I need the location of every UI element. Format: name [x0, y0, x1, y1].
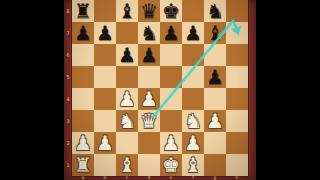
square-a4[interactable] — [72, 88, 94, 110]
square-a8[interactable]: ♜ — [72, 0, 94, 22]
square-b3[interactable] — [94, 110, 116, 132]
square-g8[interactable]: ♞ — [204, 0, 226, 22]
square-c1[interactable]: ♝ — [116, 154, 138, 176]
white-queen-d3[interactable]: ♛ — [138, 110, 160, 132]
square-b5[interactable] — [94, 66, 116, 88]
square-b4[interactable] — [94, 88, 116, 110]
white-pawn-a2[interactable]: ♟ — [72, 132, 94, 154]
square-f3[interactable]: ♞ — [182, 110, 204, 132]
black-knight-d7[interactable]: ♞ — [138, 22, 160, 44]
square-h7[interactable] — [226, 22, 248, 44]
square-e8[interactable]: ♚ — [160, 0, 182, 22]
black-pawn-g5[interactable]: ♟ — [204, 66, 226, 88]
white-pawn-c4[interactable]: ♟ — [116, 88, 138, 110]
square-e4[interactable] — [160, 88, 182, 110]
file-label-c: c — [116, 175, 138, 180]
white-bishop-c1[interactable]: ♝ — [116, 154, 138, 176]
square-g5[interactable]: ♟ — [204, 66, 226, 88]
black-pawn-d6[interactable]: ♟ — [138, 44, 160, 66]
square-c8[interactable]: ♝ — [116, 0, 138, 22]
square-h4[interactable] — [226, 88, 248, 110]
black-pawn-c6[interactable]: ♟ — [116, 44, 138, 66]
square-f4[interactable] — [182, 88, 204, 110]
square-f5[interactable] — [182, 66, 204, 88]
square-e1[interactable]: ♚ — [160, 154, 182, 176]
square-c2[interactable] — [116, 132, 138, 154]
square-d7[interactable]: ♞ — [138, 22, 160, 44]
square-f2[interactable]: ♟ — [182, 132, 204, 154]
square-a1[interactable]: ♜ — [72, 154, 94, 176]
square-c3[interactable]: ♞ — [116, 110, 138, 132]
square-c6[interactable]: ♟ — [116, 44, 138, 66]
file-label-g: g — [204, 175, 226, 180]
chess-board: 87654321 ♜♝♛♚♞♟♟♞♟♟♝♟♟♟♟♟♞♛♞♟♟♟♟♟♜♝♚♝ ab… — [64, 0, 256, 180]
square-e2[interactable]: ♟ — [160, 132, 182, 154]
square-a6[interactable] — [72, 44, 94, 66]
white-pawn-e2[interactable]: ♟ — [160, 132, 182, 154]
square-b7[interactable]: ♟ — [94, 22, 116, 44]
square-a3[interactable] — [72, 110, 94, 132]
square-b1[interactable] — [94, 154, 116, 176]
black-queen-d8[interactable]: ♛ — [138, 0, 160, 22]
black-pawn-b7[interactable]: ♟ — [94, 22, 116, 44]
black-pawn-f7[interactable]: ♟ — [182, 22, 204, 44]
square-a7[interactable]: ♟ — [72, 22, 94, 44]
square-g1[interactable] — [204, 154, 226, 176]
square-h6[interactable] — [226, 44, 248, 66]
square-d8[interactable]: ♛ — [138, 0, 160, 22]
black-king-e8[interactable]: ♚ — [160, 0, 182, 22]
square-g4[interactable] — [204, 88, 226, 110]
square-d2[interactable] — [138, 132, 160, 154]
white-pawn-d4[interactable]: ♟ — [138, 88, 160, 110]
square-b2[interactable]: ♟ — [94, 132, 116, 154]
square-h1[interactable] — [226, 154, 248, 176]
square-g2[interactable] — [204, 132, 226, 154]
rank-label-7: 7 — [64, 22, 72, 44]
white-pawn-b2[interactable]: ♟ — [94, 132, 116, 154]
square-c7[interactable] — [116, 22, 138, 44]
rank-label-2: 2 — [64, 132, 72, 154]
rank-label-3: 3 — [64, 110, 72, 132]
square-f8[interactable] — [182, 0, 204, 22]
file-label-e: e — [160, 175, 182, 180]
black-pawn-a7[interactable]: ♟ — [72, 22, 94, 44]
square-e6[interactable] — [160, 44, 182, 66]
rank-labels: 87654321 — [64, 0, 72, 176]
square-a5[interactable] — [72, 66, 94, 88]
white-bishop-f1[interactable]: ♝ — [182, 154, 204, 176]
white-knight-c3[interactable]: ♞ — [116, 110, 138, 132]
square-h5[interactable] — [226, 66, 248, 88]
square-g3[interactable]: ♟ — [204, 110, 226, 132]
square-f7[interactable]: ♟ — [182, 22, 204, 44]
square-g7[interactable]: ♝ — [204, 22, 226, 44]
white-pawn-g3[interactable]: ♟ — [204, 110, 226, 132]
square-d5[interactable] — [138, 66, 160, 88]
rank-label-6: 6 — [64, 44, 72, 66]
black-knight-g8[interactable]: ♞ — [204, 0, 226, 22]
square-d4[interactable]: ♟ — [138, 88, 160, 110]
file-label-b: b — [94, 175, 116, 180]
square-h3[interactable] — [226, 110, 248, 132]
rank-label-5: 5 — [64, 66, 72, 88]
white-pawn-f2[interactable]: ♟ — [182, 132, 204, 154]
board-grid: ♜♝♛♚♞♟♟♞♟♟♝♟♟♟♟♟♞♛♞♟♟♟♟♟♜♝♚♝ — [72, 0, 248, 176]
square-f1[interactable]: ♝ — [182, 154, 204, 176]
white-king-e1[interactable]: ♚ — [160, 154, 182, 176]
square-b8[interactable] — [94, 0, 116, 22]
square-d6[interactable]: ♟ — [138, 44, 160, 66]
square-e7[interactable]: ♟ — [160, 22, 182, 44]
file-labels: abcdefgh — [72, 175, 248, 180]
square-f6[interactable] — [182, 44, 204, 66]
file-label-a: a — [72, 175, 94, 180]
square-h8[interactable] — [226, 0, 248, 22]
square-e3[interactable] — [160, 110, 182, 132]
black-bishop-c8[interactable]: ♝ — [116, 0, 138, 22]
square-d1[interactable] — [138, 154, 160, 176]
file-label-f: f — [182, 175, 204, 180]
square-d3[interactable]: ♛ — [138, 110, 160, 132]
square-c4[interactable]: ♟ — [116, 88, 138, 110]
square-g6[interactable] — [204, 44, 226, 66]
file-label-h: h — [226, 175, 248, 180]
rank-label-8: 8 — [64, 0, 72, 22]
rank-label-1: 1 — [64, 154, 72, 176]
square-e5[interactable] — [160, 66, 182, 88]
rank-label-4: 4 — [64, 88, 72, 110]
file-label-d: d — [138, 175, 160, 180]
white-knight-f3[interactable]: ♞ — [182, 110, 204, 132]
square-h2[interactable] — [226, 132, 248, 154]
white-rook-a1[interactable]: ♜ — [72, 154, 94, 176]
video-frame: 87654321 ♜♝♛♚♞♟♟♞♟♟♝♟♟♟♟♟♞♛♞♟♟♟♟♟♜♝♚♝ ab… — [0, 0, 320, 180]
black-rook-a8[interactable]: ♜ — [72, 0, 94, 22]
square-c5[interactable] — [116, 66, 138, 88]
black-bishop-g7[interactable]: ♝ — [204, 22, 226, 44]
black-pawn-e7[interactable]: ♟ — [160, 22, 182, 44]
square-a2[interactable]: ♟ — [72, 132, 94, 154]
square-b6[interactable] — [94, 44, 116, 66]
